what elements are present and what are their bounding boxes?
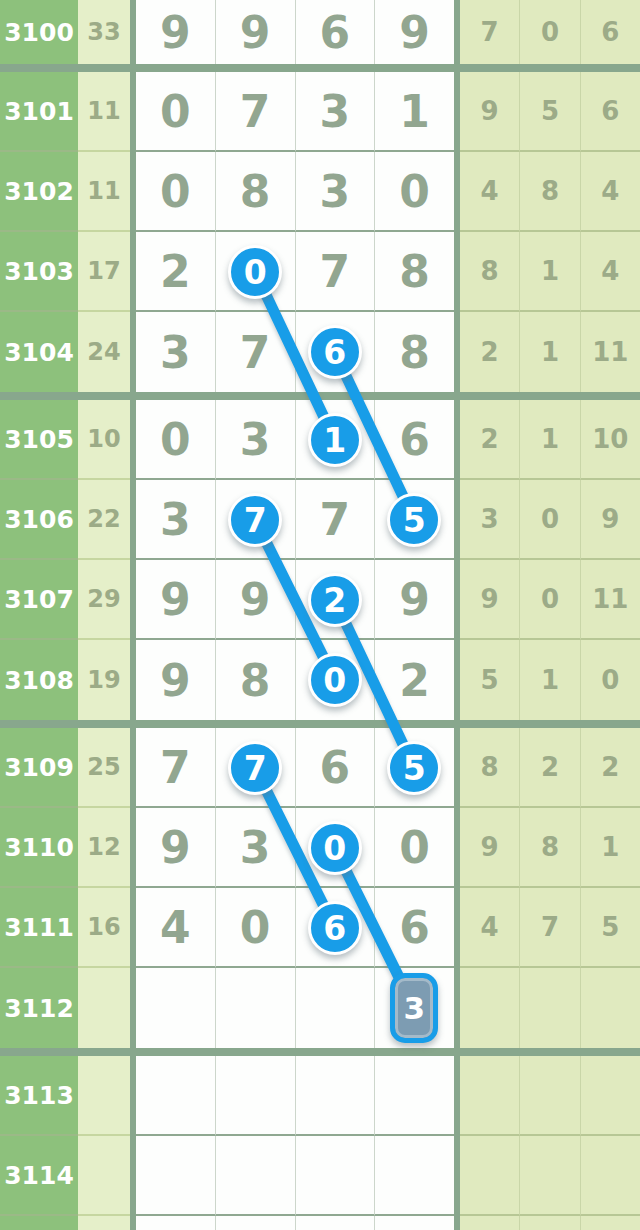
circled-digit: 5 (387, 741, 441, 795)
sum-cell: 11 (78, 152, 130, 232)
stat-columns: 510 (460, 640, 640, 720)
stat-cell: 9 (581, 480, 640, 560)
digit-cell (136, 1136, 216, 1216)
stat-cell: 2 (581, 728, 640, 808)
digit-cell (216, 1216, 296, 1230)
stat-cell: 10 (581, 400, 640, 480)
sum-cell: 16 (78, 888, 130, 968)
sum-cell (78, 1216, 130, 1230)
circled-digit: 0 (308, 821, 362, 875)
sum-cell: 17 (78, 232, 130, 312)
digit-cell: 9 (375, 0, 454, 64)
stat-cell: 6 (581, 72, 640, 152)
stat-cell (460, 968, 520, 1048)
digit-cell (216, 968, 296, 1048)
period-cell: 3113 (0, 1056, 78, 1136)
sum-cell: 10 (78, 400, 130, 480)
stat-cell: 1 (520, 400, 580, 480)
stat-cell: 1 (581, 808, 640, 888)
stat-columns: 814 (460, 232, 640, 312)
stat-cell: 2 (460, 312, 520, 392)
trend-chart-table: 3100339969706310111073195631021108304843… (0, 0, 640, 1230)
digit-cell: 9 (216, 0, 296, 64)
digit-cell (296, 968, 376, 1048)
period-cell: 3111 (0, 888, 78, 968)
digit-cell: 0 (136, 152, 216, 232)
stat-columns (460, 968, 640, 1048)
sum-cell (78, 1056, 130, 1136)
group-separator (0, 1048, 640, 1056)
period-cell (0, 1216, 78, 1230)
digit-cell: 6 (296, 728, 376, 808)
stat-cell: 5 (581, 888, 640, 968)
stat-cell: 9 (460, 808, 520, 888)
digit-cell: 3 (216, 808, 296, 888)
stat-cell: 1 (520, 232, 580, 312)
period-cell: 3112 (0, 968, 78, 1048)
digit-cell: 3 (136, 480, 216, 560)
digit-cell: 2 (136, 232, 216, 312)
circled-digit: 0 (308, 653, 362, 707)
stat-cell (460, 1056, 520, 1136)
period-cell: 3106 (0, 480, 78, 560)
stat-columns: 9011 (460, 560, 640, 640)
stat-cell (460, 1136, 520, 1216)
circled-digit: 6 (308, 901, 362, 955)
digit-cell: 1 (375, 72, 454, 152)
group-separator (0, 720, 640, 728)
stat-cell: 4 (581, 152, 640, 232)
sum-cell: 25 (78, 728, 130, 808)
stat-cell (520, 1216, 580, 1230)
digit-columns: 278 (130, 232, 460, 312)
stat-cell (520, 968, 580, 1048)
digit-columns (130, 1056, 460, 1136)
digit-columns: 378 (130, 312, 460, 392)
digit-cell: 6 (375, 888, 454, 968)
stat-columns: 475 (460, 888, 640, 968)
stat-columns: 2111 (460, 312, 640, 392)
stat-columns (460, 1136, 640, 1216)
digit-cell: 3 (216, 400, 296, 480)
sum-cell: 24 (78, 312, 130, 392)
period-cell: 3109 (0, 728, 78, 808)
stat-cell: 8 (520, 152, 580, 232)
stat-cell (581, 1056, 640, 1136)
picked-digit-pill[interactable]: 3 (390, 973, 438, 1043)
digit-columns (130, 1136, 460, 1216)
circled-digit: 1 (308, 413, 362, 467)
stat-cell: 0 (520, 560, 580, 640)
digit-cell: 8 (375, 232, 454, 312)
digit-cell: 4 (136, 888, 216, 968)
period-cell: 3103 (0, 232, 78, 312)
period-cell: 3105 (0, 400, 78, 480)
digit-cell: 0 (216, 888, 296, 968)
stat-cell: 2 (460, 400, 520, 480)
stat-cell: 9 (460, 72, 520, 152)
stat-columns (460, 1056, 640, 1136)
digit-cell: 8 (216, 152, 296, 232)
period-cell: 3102 (0, 152, 78, 232)
period-cell: 3104 (0, 312, 78, 392)
stat-cell (581, 1136, 640, 1216)
stat-columns: 956 (460, 72, 640, 152)
sum-cell: 33 (78, 0, 130, 64)
digit-cell (136, 968, 216, 1048)
stat-cell: 0 (520, 480, 580, 560)
digit-columns: 9969 (130, 0, 460, 64)
digit-columns: 0830 (130, 152, 460, 232)
digit-cell: 0 (375, 152, 454, 232)
stat-cell (520, 1136, 580, 1216)
circled-digit: 2 (308, 573, 362, 627)
digit-cell: 3 (296, 152, 376, 232)
table-row: 3100339969706 (0, 0, 640, 64)
digit-cell: 3 (296, 72, 376, 152)
stat-cell: 4 (581, 232, 640, 312)
circled-digit: 7 (228, 741, 282, 795)
digit-columns: 930 (130, 808, 460, 888)
stat-cell: 8 (520, 808, 580, 888)
period-cell: 3108 (0, 640, 78, 720)
group-separator (0, 392, 640, 400)
sum-cell: 22 (78, 480, 130, 560)
digit-cell (296, 1136, 376, 1216)
digit-cell: 9 (136, 640, 216, 720)
table-row: 3102110830484 (0, 152, 640, 232)
stat-cell: 0 (581, 640, 640, 720)
sum-cell: 19 (78, 640, 130, 720)
stat-cell: 7 (520, 888, 580, 968)
digit-cell (375, 1216, 454, 1230)
digit-cell (136, 1216, 216, 1230)
stat-cell: 4 (460, 152, 520, 232)
stat-cell: 3 (460, 480, 520, 560)
digit-cell (136, 1056, 216, 1136)
group-separator (0, 64, 640, 72)
digit-columns: 982 (130, 640, 460, 720)
stat-cell: 8 (460, 232, 520, 312)
digit-cell (216, 1056, 296, 1136)
digit-cell: 9 (216, 560, 296, 640)
sum-cell: 12 (78, 808, 130, 888)
digit-columns: 999 (130, 560, 460, 640)
digit-cell: 8 (216, 640, 296, 720)
stat-cell: 8 (460, 728, 520, 808)
digit-columns (130, 1216, 460, 1230)
circled-digit: 7 (228, 493, 282, 547)
digit-cell: 7 (296, 232, 376, 312)
table-row (0, 1216, 640, 1230)
stat-cell (581, 968, 640, 1048)
digit-cell: 8 (375, 312, 454, 392)
digit-cell: 0 (375, 808, 454, 888)
stat-cell: 5 (460, 640, 520, 720)
stat-cell: 5 (520, 72, 580, 152)
stat-columns: 822 (460, 728, 640, 808)
digit-cell: 9 (136, 0, 216, 64)
sum-cell (78, 968, 130, 1048)
stat-columns: 484 (460, 152, 640, 232)
stat-cell: 6 (581, 0, 640, 64)
digit-cell: 9 (136, 560, 216, 640)
period-cell: 3101 (0, 72, 78, 152)
digit-cell (375, 1056, 454, 1136)
digit-cell: 7 (136, 728, 216, 808)
circled-digit: 5 (387, 493, 441, 547)
stat-cell: 1 (520, 640, 580, 720)
stat-columns: 2110 (460, 400, 640, 480)
digit-cell: 9 (136, 808, 216, 888)
stat-columns: 706 (460, 0, 640, 64)
digit-columns: 0731 (130, 72, 460, 152)
table-row: 31062237309 (0, 480, 640, 560)
sum-cell: 11 (78, 72, 130, 152)
digit-cell: 6 (375, 400, 454, 480)
stat-cell: 1 (520, 312, 580, 392)
circled-digit: 6 (308, 325, 362, 379)
period-cell: 3107 (0, 560, 78, 640)
circled-digit: 0 (228, 245, 282, 299)
digit-columns: 406 (130, 888, 460, 968)
stat-cell (460, 1216, 520, 1230)
digit-cell (375, 1136, 454, 1216)
digit-cell (216, 1136, 296, 1216)
period-cell: 3114 (0, 1136, 78, 1216)
digit-cell: 0 (136, 400, 216, 480)
digit-cell: 7 (216, 72, 296, 152)
stat-columns (460, 1216, 640, 1230)
digit-cell: 7 (296, 480, 376, 560)
period-cell: 3110 (0, 808, 78, 888)
digit-cell: 6 (296, 0, 376, 64)
sum-cell (78, 1136, 130, 1216)
stat-cell: 11 (581, 560, 640, 640)
digit-cell: 2 (375, 640, 454, 720)
stat-cell: 4 (460, 888, 520, 968)
digit-cell: 3 (136, 312, 216, 392)
table-row: 3112 (0, 968, 640, 1048)
stat-cell: 7 (460, 0, 520, 64)
table-row: 3113 (0, 1056, 640, 1136)
digit-cell: 9 (375, 560, 454, 640)
table-row: 310317278814 (0, 232, 640, 312)
digit-cell (296, 1216, 376, 1230)
table-row: 31092576822 (0, 728, 640, 808)
stat-cell (581, 1216, 640, 1230)
sum-cell: 29 (78, 560, 130, 640)
digit-columns: 036 (130, 400, 460, 480)
stat-columns: 981 (460, 808, 640, 888)
stat-cell: 2 (520, 728, 580, 808)
table-row: 3114 (0, 1136, 640, 1216)
stat-cell (520, 1056, 580, 1136)
digit-cell: 0 (136, 72, 216, 152)
stat-cell: 11 (581, 312, 640, 392)
digit-cell: 7 (216, 312, 296, 392)
table-row: 3101110731956 (0, 72, 640, 152)
stat-cell: 9 (460, 560, 520, 640)
period-cell: 3100 (0, 0, 78, 64)
stat-columns: 309 (460, 480, 640, 560)
digit-cell (296, 1056, 376, 1136)
stat-cell: 0 (520, 0, 580, 64)
